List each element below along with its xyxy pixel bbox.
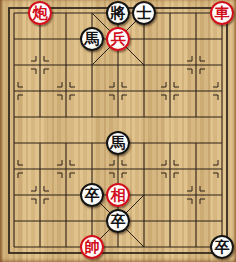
piece-black-advisor[interactable]: 士 bbox=[132, 1, 156, 25]
piece-black-general[interactable]: 將 bbox=[106, 1, 130, 25]
piece-black-soldier[interactable]: 卒 bbox=[106, 209, 130, 233]
piece-black-horse[interactable]: 馬 bbox=[80, 27, 104, 51]
piece-red-elephant[interactable]: 相 bbox=[106, 183, 130, 207]
piece-red-general[interactable]: 帥 bbox=[80, 235, 104, 259]
piece-red-soldier[interactable]: 兵 bbox=[106, 27, 130, 51]
piece-black-soldier[interactable]: 卒 bbox=[80, 183, 104, 207]
piece-red-cannon[interactable]: 炮 bbox=[28, 1, 52, 25]
piece-red-chariot[interactable]: 車 bbox=[210, 1, 234, 25]
xiangqi-board: 炮將士車馬兵馬卒相卒帥卒 bbox=[0, 0, 236, 262]
piece-black-horse[interactable]: 馬 bbox=[106, 131, 130, 155]
pieces-layer[interactable]: 炮將士車馬兵馬卒相卒帥卒 bbox=[1, 0, 235, 260]
piece-black-soldier[interactable]: 卒 bbox=[210, 235, 234, 259]
